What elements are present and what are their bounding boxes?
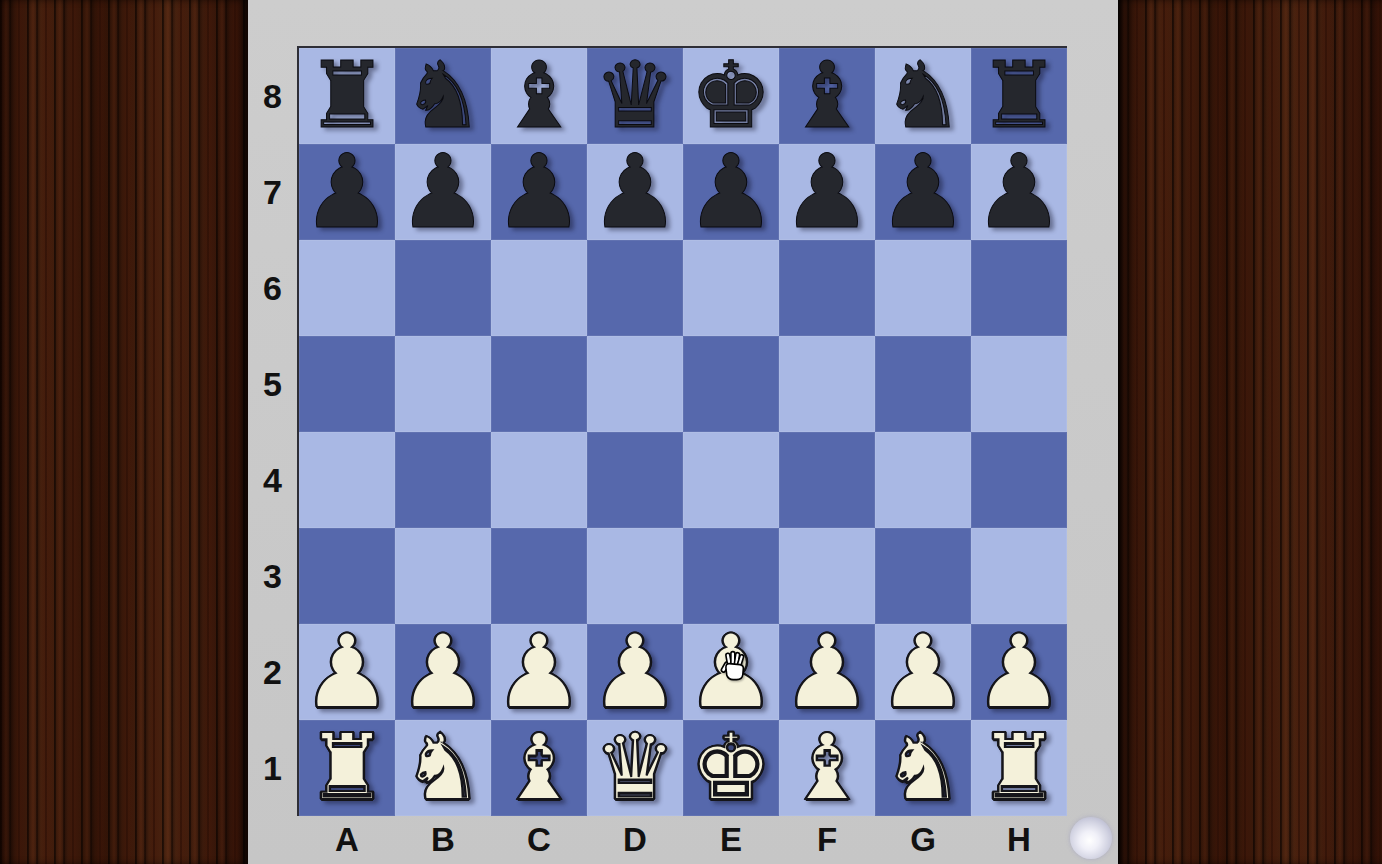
black-pawn-c7[interactable]: ♟ <box>493 141 584 243</box>
square-g3[interactable] <box>875 528 971 624</box>
chess-board[interactable]: ♜♞♝♛♚♝♞♜♟♟♟♟♟♟♟♟♟♟♟♟♟♟♟♟♜♞♝♛♚♝♞♜ <box>297 46 1067 816</box>
square-b2[interactable]: ♟ <box>395 624 491 720</box>
black-pawn-b7[interactable]: ♟ <box>397 141 488 243</box>
square-a2[interactable]: ♟ <box>299 624 395 720</box>
white-pawn-e2[interactable]: ♟ <box>685 621 776 723</box>
square-e3[interactable] <box>683 528 779 624</box>
black-rook-a8[interactable]: ♜ <box>306 50 388 142</box>
black-rook-h8[interactable]: ♜ <box>978 50 1060 142</box>
square-c6[interactable] <box>491 240 587 336</box>
square-f1[interactable]: ♝ <box>779 720 875 816</box>
square-d2[interactable]: ♟ <box>587 624 683 720</box>
square-e2[interactable]: ♟ <box>683 624 779 720</box>
square-h3[interactable] <box>971 528 1067 624</box>
white-pawn-d2[interactable]: ♟ <box>589 621 680 723</box>
white-bishop-f1[interactable]: ♝ <box>786 722 868 814</box>
square-b5[interactable] <box>395 336 491 432</box>
white-rook-a1[interactable]: ♜ <box>306 722 388 814</box>
square-b4[interactable] <box>395 432 491 528</box>
black-king-e8[interactable]: ♚ <box>690 50 772 142</box>
file-label-a: A <box>299 816 395 864</box>
white-pawn-g2[interactable]: ♟ <box>877 621 968 723</box>
white-bishop-c1[interactable]: ♝ <box>498 722 580 814</box>
square-d8[interactable]: ♛ <box>587 48 683 144</box>
white-pawn-h2[interactable]: ♟ <box>973 621 1064 723</box>
file-label-e: E <box>683 816 779 864</box>
square-d5[interactable] <box>587 336 683 432</box>
black-pawn-e7[interactable]: ♟ <box>685 141 776 243</box>
black-bishop-f8[interactable]: ♝ <box>786 50 868 142</box>
square-h4[interactable] <box>971 432 1067 528</box>
square-c5[interactable] <box>491 336 587 432</box>
square-g5[interactable] <box>875 336 971 432</box>
file-label-d: D <box>587 816 683 864</box>
square-c3[interactable] <box>491 528 587 624</box>
rank-label-8: 8 <box>248 48 297 144</box>
square-f4[interactable] <box>779 432 875 528</box>
square-h7[interactable]: ♟ <box>971 144 1067 240</box>
rank-label-6: 6 <box>248 240 297 336</box>
rank-label-4: 4 <box>248 432 297 528</box>
square-e1[interactable]: ♚ <box>683 720 779 816</box>
square-e7[interactable]: ♟ <box>683 144 779 240</box>
square-a4[interactable] <box>299 432 395 528</box>
square-f3[interactable] <box>779 528 875 624</box>
square-h8[interactable]: ♜ <box>971 48 1067 144</box>
square-b7[interactable]: ♟ <box>395 144 491 240</box>
black-pawn-h7[interactable]: ♟ <box>973 141 1064 243</box>
square-d7[interactable]: ♟ <box>587 144 683 240</box>
rank-label-7: 7 <box>248 144 297 240</box>
white-pawn-f2[interactable]: ♟ <box>781 621 872 723</box>
square-c4[interactable] <box>491 432 587 528</box>
black-pawn-d7[interactable]: ♟ <box>589 141 680 243</box>
square-g7[interactable]: ♟ <box>875 144 971 240</box>
white-pawn-b2[interactable]: ♟ <box>397 621 488 723</box>
rank-label-5: 5 <box>248 336 297 432</box>
square-d1[interactable]: ♛ <box>587 720 683 816</box>
board-frame: 87654321 ♜♞♝♛♚♝♞♜♟♟♟♟♟♟♟♟♟♟♟♟♟♟♟♟♜♞♝♛♚♝♞… <box>248 0 1118 864</box>
square-a8[interactable]: ♜ <box>299 48 395 144</box>
square-f8[interactable]: ♝ <box>779 48 875 144</box>
square-g4[interactable] <box>875 432 971 528</box>
square-b8[interactable]: ♞ <box>395 48 491 144</box>
square-a1[interactable]: ♜ <box>299 720 395 816</box>
square-h5[interactable] <box>971 336 1067 432</box>
white-knight-b1[interactable]: ♞ <box>402 722 484 814</box>
square-b6[interactable] <box>395 240 491 336</box>
black-pawn-g7[interactable]: ♟ <box>877 141 968 243</box>
black-pawn-a7[interactable]: ♟ <box>301 141 392 243</box>
file-labels: ABCDEFGH <box>299 816 1067 864</box>
square-a7[interactable]: ♟ <box>299 144 395 240</box>
rank-label-1: 1 <box>248 720 297 816</box>
square-c2[interactable]: ♟ <box>491 624 587 720</box>
square-e8[interactable]: ♚ <box>683 48 779 144</box>
file-label-b: B <box>395 816 491 864</box>
square-g2[interactable]: ♟ <box>875 624 971 720</box>
black-knight-b8[interactable]: ♞ <box>402 50 484 142</box>
wood-background-left <box>0 0 248 864</box>
white-rook-h1[interactable]: ♜ <box>978 722 1060 814</box>
black-queen-d8[interactable]: ♛ <box>594 50 676 142</box>
white-pawn-c2[interactable]: ♟ <box>493 621 584 723</box>
wood-background-right <box>1118 0 1382 864</box>
chess-app-window: 87654321 ♜♞♝♛♚♝♞♜♟♟♟♟♟♟♟♟♟♟♟♟♟♟♟♟♜♞♝♛♚♝♞… <box>0 0 1382 864</box>
square-f2[interactable]: ♟ <box>779 624 875 720</box>
rank-label-3: 3 <box>248 528 297 624</box>
file-label-c: C <box>491 816 587 864</box>
square-d4[interactable] <box>587 432 683 528</box>
square-b1[interactable]: ♞ <box>395 720 491 816</box>
square-f6[interactable] <box>779 240 875 336</box>
file-label-g: G <box>875 816 971 864</box>
square-h2[interactable]: ♟ <box>971 624 1067 720</box>
square-b3[interactable] <box>395 528 491 624</box>
turn-indicator-sphere <box>1070 817 1112 859</box>
square-f7[interactable]: ♟ <box>779 144 875 240</box>
square-g8[interactable]: ♞ <box>875 48 971 144</box>
square-d3[interactable] <box>587 528 683 624</box>
rank-labels: 87654321 <box>248 48 297 816</box>
square-g1[interactable]: ♞ <box>875 720 971 816</box>
square-h6[interactable] <box>971 240 1067 336</box>
square-e6[interactable] <box>683 240 779 336</box>
square-c7[interactable]: ♟ <box>491 144 587 240</box>
square-g6[interactable] <box>875 240 971 336</box>
black-bishop-c8[interactable]: ♝ <box>498 50 580 142</box>
square-e4[interactable] <box>683 432 779 528</box>
square-h1[interactable]: ♜ <box>971 720 1067 816</box>
square-c8[interactable]: ♝ <box>491 48 587 144</box>
square-c1[interactable]: ♝ <box>491 720 587 816</box>
square-d6[interactable] <box>587 240 683 336</box>
black-knight-g8[interactable]: ♞ <box>882 50 964 142</box>
white-knight-g1[interactable]: ♞ <box>882 722 964 814</box>
square-e5[interactable] <box>683 336 779 432</box>
black-pawn-f7[interactable]: ♟ <box>781 141 872 243</box>
white-queen-d1[interactable]: ♛ <box>594 722 676 814</box>
rank-label-2: 2 <box>248 624 297 720</box>
square-a6[interactable] <box>299 240 395 336</box>
file-label-h: H <box>971 816 1067 864</box>
square-a3[interactable] <box>299 528 395 624</box>
square-a5[interactable] <box>299 336 395 432</box>
square-f5[interactable] <box>779 336 875 432</box>
white-pawn-a2[interactable]: ♟ <box>301 621 392 723</box>
file-label-f: F <box>779 816 875 864</box>
white-king-e1[interactable]: ♚ <box>690 722 772 814</box>
